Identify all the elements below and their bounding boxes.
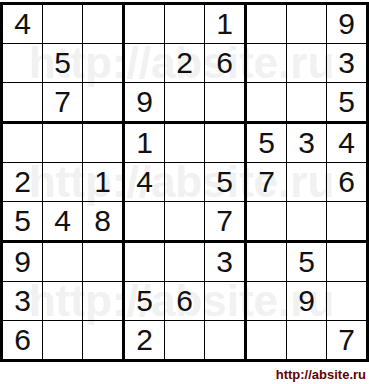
cell-r9c7[interactable] bbox=[247, 321, 287, 359]
cell-r3c8[interactable] bbox=[287, 83, 327, 124]
cell-r2c3[interactable] bbox=[83, 44, 125, 83]
cell-r5c5[interactable] bbox=[165, 163, 205, 202]
cell-r5c6[interactable]: 5 bbox=[205, 163, 247, 202]
cell-r1c1[interactable]: 4 bbox=[3, 5, 43, 44]
cell-r9c2[interactable] bbox=[43, 321, 83, 359]
cell-r7c5[interactable] bbox=[165, 243, 205, 282]
cell-r8c9[interactable] bbox=[327, 282, 366, 321]
cell-r2c6[interactable]: 6 bbox=[205, 44, 247, 83]
cell-r6c2[interactable]: 4 bbox=[43, 202, 83, 243]
cell-r8c3[interactable] bbox=[83, 282, 125, 321]
cell-r9c4[interactable]: 2 bbox=[125, 321, 165, 359]
cell-r4c8[interactable]: 3 bbox=[287, 124, 327, 163]
cell-r3c3[interactable] bbox=[83, 83, 125, 124]
cell-r6c8[interactable] bbox=[287, 202, 327, 243]
cell-r7c7[interactable] bbox=[247, 243, 287, 282]
cell-r9c6[interactable] bbox=[205, 321, 247, 359]
cell-r8c1[interactable]: 3 bbox=[3, 282, 43, 321]
cell-r3c1[interactable] bbox=[3, 83, 43, 124]
cell-r5c3[interactable]: 1 bbox=[83, 163, 125, 202]
cell-r2c7[interactable] bbox=[247, 44, 287, 83]
cell-r8c8[interactable]: 9 bbox=[287, 282, 327, 321]
cell-r9c9[interactable]: 7 bbox=[327, 321, 366, 359]
cell-r8c5[interactable]: 6 bbox=[165, 282, 205, 321]
cell-r6c3[interactable]: 8 bbox=[83, 202, 125, 243]
cell-r2c9[interactable]: 3 bbox=[327, 44, 366, 83]
cell-r8c6[interactable] bbox=[205, 282, 247, 321]
cell-r4c9[interactable]: 4 bbox=[327, 124, 366, 163]
cell-r7c4[interactable] bbox=[125, 243, 165, 282]
cell-r4c6[interactable] bbox=[205, 124, 247, 163]
cell-r4c2[interactable] bbox=[43, 124, 83, 163]
cell-r4c1[interactable] bbox=[3, 124, 43, 163]
cell-r9c1[interactable]: 6 bbox=[3, 321, 43, 359]
cell-r6c5[interactable] bbox=[165, 202, 205, 243]
cell-r9c3[interactable] bbox=[83, 321, 125, 359]
cell-r2c2[interactable]: 5 bbox=[43, 44, 83, 83]
cell-r4c5[interactable] bbox=[165, 124, 205, 163]
cell-r7c9[interactable] bbox=[327, 243, 366, 282]
site-url[interactable]: http://absite.ru bbox=[276, 367, 366, 382]
cell-r2c4[interactable] bbox=[125, 44, 165, 83]
cell-r8c2[interactable] bbox=[43, 282, 83, 321]
cell-r1c3[interactable] bbox=[83, 5, 125, 44]
cell-r3c4[interactable]: 9 bbox=[125, 83, 165, 124]
cell-r7c8[interactable]: 5 bbox=[287, 243, 327, 282]
cell-r1c7[interactable] bbox=[247, 5, 287, 44]
sudoku-board: 4195263795153421457654879353569627 bbox=[0, 2, 369, 362]
cell-r6c6[interactable]: 7 bbox=[205, 202, 247, 243]
cell-r9c8[interactable] bbox=[287, 321, 327, 359]
cell-r3c6[interactable] bbox=[205, 83, 247, 124]
cell-r8c7[interactable] bbox=[247, 282, 287, 321]
cell-r1c8[interactable] bbox=[287, 5, 327, 44]
cell-r4c7[interactable]: 5 bbox=[247, 124, 287, 163]
cell-r6c7[interactable] bbox=[247, 202, 287, 243]
cell-r1c9[interactable]: 9 bbox=[327, 5, 366, 44]
cell-r5c7[interactable]: 7 bbox=[247, 163, 287, 202]
cell-r4c3[interactable] bbox=[83, 124, 125, 163]
cell-r1c2[interactable] bbox=[43, 5, 83, 44]
cell-r6c1[interactable]: 5 bbox=[3, 202, 43, 243]
cell-r3c7[interactable] bbox=[247, 83, 287, 124]
cell-r7c1[interactable]: 9 bbox=[3, 243, 43, 282]
cell-r9c5[interactable] bbox=[165, 321, 205, 359]
cell-r4c4[interactable]: 1 bbox=[125, 124, 165, 163]
cell-r1c5[interactable] bbox=[165, 5, 205, 44]
cell-r2c1[interactable] bbox=[3, 44, 43, 83]
cell-r7c3[interactable] bbox=[83, 243, 125, 282]
cell-r5c1[interactable]: 2 bbox=[3, 163, 43, 202]
cell-r3c2[interactable]: 7 bbox=[43, 83, 83, 124]
cell-r5c9[interactable]: 6 bbox=[327, 163, 366, 202]
cell-r8c4[interactable]: 5 bbox=[125, 282, 165, 321]
cell-r2c5[interactable]: 2 bbox=[165, 44, 205, 83]
cell-r6c4[interactable] bbox=[125, 202, 165, 243]
cell-r5c4[interactable]: 4 bbox=[125, 163, 165, 202]
cell-r6c9[interactable] bbox=[327, 202, 366, 243]
cell-r3c9[interactable]: 5 bbox=[327, 83, 366, 124]
cell-r5c8[interactable] bbox=[287, 163, 327, 202]
board-area: http://absite.ru http://absite.ru http:/… bbox=[0, 2, 369, 362]
cell-r3c5[interactable] bbox=[165, 83, 205, 124]
cell-r1c4[interactable] bbox=[125, 5, 165, 44]
cell-r1c6[interactable]: 1 bbox=[205, 5, 247, 44]
cell-r7c6[interactable]: 3 bbox=[205, 243, 247, 282]
cell-r7c2[interactable] bbox=[43, 243, 83, 282]
page: http://absite.ru http://absite.ru http:/… bbox=[0, 0, 369, 384]
cell-r2c8[interactable] bbox=[287, 44, 327, 83]
cell-r5c2[interactable] bbox=[43, 163, 83, 202]
